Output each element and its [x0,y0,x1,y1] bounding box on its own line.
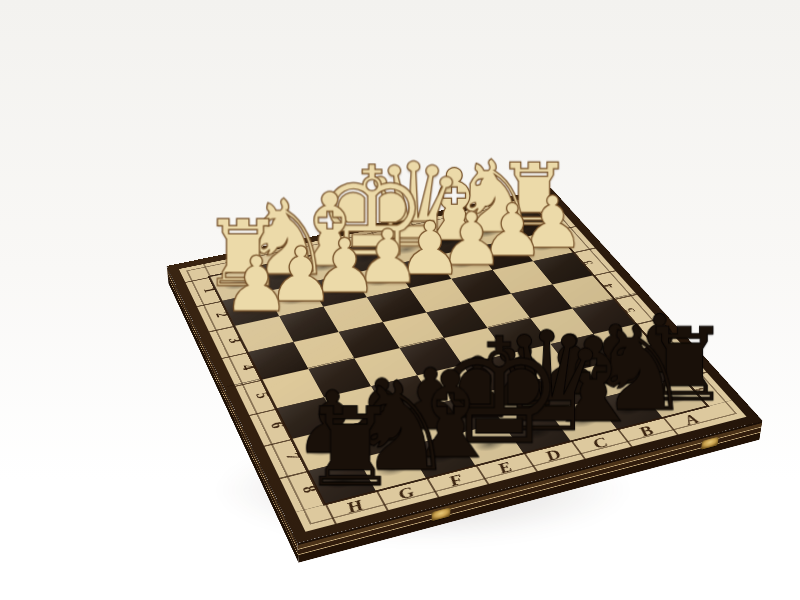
piece-white-pawn[interactable]: ♟ [222,250,290,320]
piece-black-rook[interactable]: ♜ [301,397,398,497]
coordinate-label: 4 [600,282,618,289]
coordinate-label: H [343,497,367,516]
scene: 1♜♞♝♚♛♝♞♜12♟♟♟♟♟♟♟♟2334455667♟♟♟♟♟♟♟♟78♜… [0,0,800,600]
brass-clasp [432,507,451,521]
coordinate-label: 3 [224,336,245,345]
brass-clasp [701,437,719,450]
coordinate-label: 3 [579,259,597,266]
chess-board: 1♜♞♝♚♛♝♞♜12♟♟♟♟♟♟♟♟2334455667♟♟♟♟♟♟♟♟78♜… [167,188,763,543]
photo-background: 1♜♞♝♚♛♝♞♜12♟♟♟♟♟♟♟♟2334455667♟♟♟♟♟♟♟♟78♜… [0,0,800,600]
